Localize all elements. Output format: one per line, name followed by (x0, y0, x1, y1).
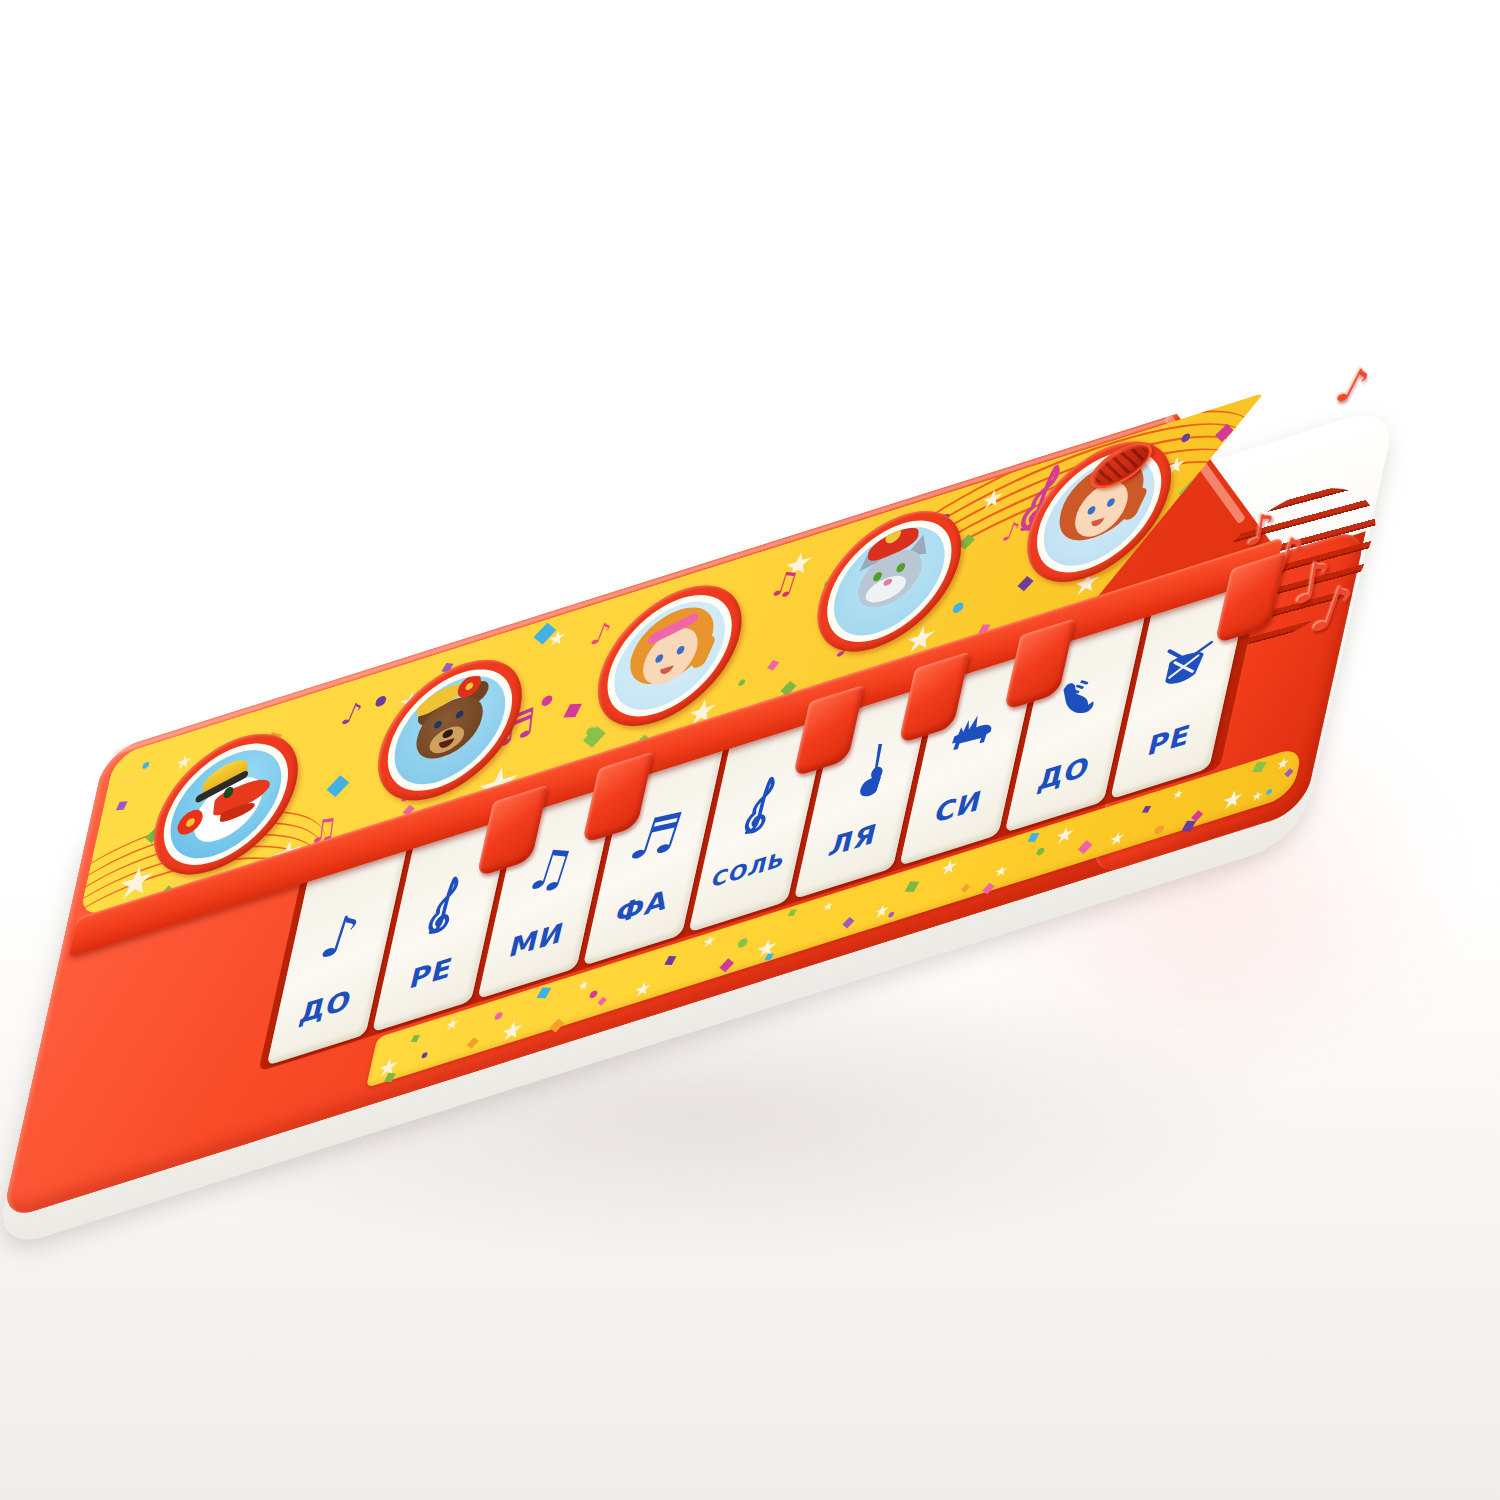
confetti-decor (116, 801, 128, 810)
treble-clef-icon (738, 773, 785, 840)
confetti-decor (664, 956, 676, 965)
star-decor (1276, 756, 1291, 772)
molded-note-icon: ♪ (1330, 364, 1377, 408)
star-decor (782, 548, 814, 582)
music-note-decor: ♪ (337, 698, 375, 729)
key-label: ЛЯ (800, 809, 906, 870)
confetti-decor (597, 997, 606, 1006)
star-decor (1172, 788, 1185, 801)
eighth-note-icon: ♪ (314, 906, 365, 967)
confetti-decor (1266, 788, 1273, 795)
confetti-decor (585, 726, 595, 737)
star-decor (377, 1056, 400, 1080)
confetti-decor (494, 1011, 503, 1021)
star-decor (1108, 830, 1125, 848)
confetti-decor (888, 911, 895, 918)
confetti-decor (327, 775, 349, 796)
key-label: СИ (905, 776, 1011, 837)
key-label: РЕ (1116, 710, 1222, 771)
confetti-decor (142, 761, 150, 769)
photo-background: ♪♬♪♪♬♪♬♫♪♪♪♪♫♪ ♪ (0, 0, 1500, 1500)
confetti-decor (583, 726, 605, 747)
confetti-decor (467, 1037, 479, 1048)
confetti-decor (1191, 810, 1203, 821)
confetti-decor (563, 704, 581, 718)
confetti-decor (1284, 768, 1293, 777)
confetti-decor (737, 937, 749, 949)
confetti-decor (421, 1052, 428, 1059)
confetti-decor (765, 953, 774, 960)
star-decor (755, 936, 779, 961)
confetti-decor (589, 990, 598, 1000)
confetti-decor (534, 623, 556, 644)
confetti-decor (375, 695, 388, 708)
confetti-decor (738, 679, 746, 687)
confetti-decor (842, 917, 854, 928)
star-decor (445, 1017, 460, 1033)
star-decor (994, 863, 1009, 879)
confetti-decor (788, 909, 797, 916)
confetti-decor (961, 884, 970, 893)
key-label: МИ (484, 909, 590, 970)
key-label: РЕ (378, 943, 484, 1004)
confetti-decor (1078, 840, 1093, 854)
confetti-decor (1252, 762, 1267, 773)
confetti-decor (537, 988, 552, 999)
key-label: СОЛЬ (696, 843, 800, 896)
confetti-decor (1036, 847, 1045, 857)
star-decor (1054, 824, 1076, 847)
star-decor (939, 857, 959, 877)
confetti-decor (1153, 824, 1165, 836)
star-decor (1221, 787, 1245, 812)
treble-clef-icon (421, 873, 468, 940)
star-decor (702, 934, 717, 950)
music-note-decor: ♫ (766, 564, 808, 602)
star-decor (577, 979, 590, 992)
star-decor (547, 628, 568, 650)
drum-icon (1153, 638, 1215, 693)
key-label: ФА (589, 876, 695, 937)
star-decor (873, 902, 890, 920)
confetti-decor (411, 1035, 420, 1042)
star-decor (822, 900, 835, 913)
confetti-decor (767, 660, 779, 671)
confetti-decor (1142, 806, 1151, 813)
confetti-decor (541, 694, 554, 707)
star-decor (633, 979, 653, 999)
key-label: ДО (273, 976, 379, 1037)
confetti-decor (905, 881, 920, 892)
confetti-decor (719, 958, 734, 972)
star-decor (1251, 790, 1264, 803)
confetti-decor (1027, 833, 1039, 842)
key-label: ДО (1011, 743, 1117, 804)
